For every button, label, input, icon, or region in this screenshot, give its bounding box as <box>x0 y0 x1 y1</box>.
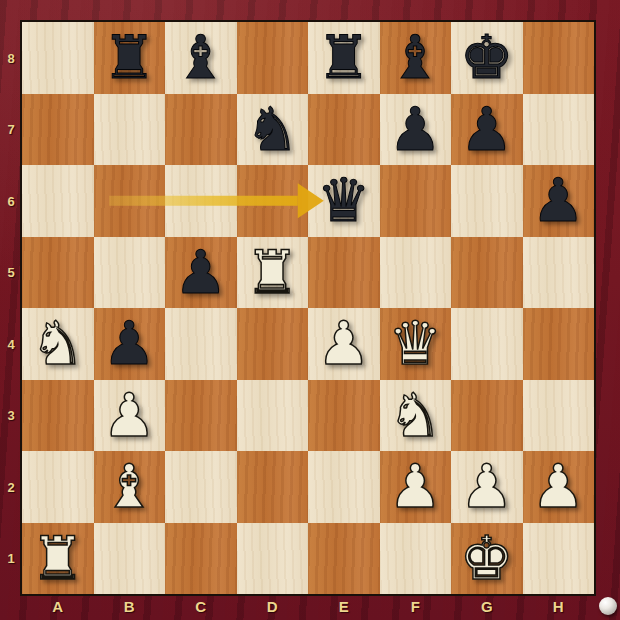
piece-white-knight-f3[interactable]: ♞ <box>380 380 452 452</box>
piece-white-pawn-f2[interactable]: ♟ <box>380 451 452 523</box>
file-label-g: G <box>451 594 523 620</box>
pieces-layer: ♜♝♜♝♚♞♟♟♛♟♟♜♞♟♟♛♟♞♝♟♟♟♜♚ <box>22 22 594 594</box>
rank-label-8: 8 <box>0 50 22 65</box>
file-label-d: D <box>237 594 309 620</box>
piece-black-bishop-f8[interactable]: ♝ <box>380 22 452 94</box>
file-label-f: F <box>380 594 452 620</box>
rank-label-7: 7 <box>0 122 22 137</box>
file-label-c: C <box>165 594 237 620</box>
rank-label-1: 1 <box>0 551 22 566</box>
piece-white-pawn-h2[interactable]: ♟ <box>523 451 595 523</box>
chess-board: ♜♝♜♝♚♞♟♟♛♟♟♜♞♟♟♛♟♞♝♟♟♟♜♚ <box>22 22 594 594</box>
file-label-h: H <box>523 594 595 620</box>
piece-black-knight-d7[interactable]: ♞ <box>237 94 309 166</box>
piece-white-pawn-e4[interactable]: ♟ <box>308 308 380 380</box>
board-frame: ♜♝♜♝♚♞♟♟♛♟♟♜♞♟♟♛♟♞♝♟♟♟♜♚ 87654321 ABCDEF… <box>0 0 620 620</box>
piece-black-bishop-c8[interactable]: ♝ <box>165 22 237 94</box>
piece-black-pawn-f7[interactable]: ♟ <box>380 94 452 166</box>
piece-white-pawn-g2[interactable]: ♟ <box>451 451 523 523</box>
file-label-e: E <box>308 594 380 620</box>
piece-black-pawn-c5[interactable]: ♟ <box>165 237 237 309</box>
piece-black-rook-e8[interactable]: ♜ <box>308 22 380 94</box>
white-to-move-ball-icon <box>599 597 617 615</box>
piece-white-king-g1[interactable]: ♚ <box>451 523 523 595</box>
rank-label-6: 6 <box>0 193 22 208</box>
rank-label-4: 4 <box>0 336 22 351</box>
piece-black-pawn-h6[interactable]: ♟ <box>523 165 595 237</box>
piece-black-queen-e6[interactable]: ♛ <box>308 165 380 237</box>
piece-white-queen-f4[interactable]: ♛ <box>380 308 452 380</box>
piece-white-pawn-b3[interactable]: ♟ <box>94 380 166 452</box>
rank-label-5: 5 <box>0 265 22 280</box>
piece-black-pawn-g7[interactable]: ♟ <box>451 94 523 166</box>
piece-white-rook-d5[interactable]: ♜ <box>237 237 309 309</box>
piece-white-bishop-b2[interactable]: ♝ <box>94 451 166 523</box>
rank-label-2: 2 <box>0 479 22 494</box>
rank-label-3: 3 <box>0 408 22 423</box>
piece-black-rook-b8[interactable]: ♜ <box>94 22 166 94</box>
file-label-a: A <box>22 594 94 620</box>
piece-black-pawn-b4[interactable]: ♟ <box>94 308 166 380</box>
piece-white-knight-a4[interactable]: ♞ <box>22 308 94 380</box>
file-label-b: B <box>94 594 166 620</box>
piece-white-rook-a1[interactable]: ♜ <box>22 523 94 595</box>
piece-black-king-g8[interactable]: ♚ <box>451 22 523 94</box>
